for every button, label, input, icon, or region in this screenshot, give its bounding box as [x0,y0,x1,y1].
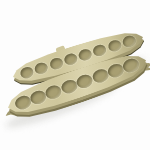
board-photo [0,0,150,150]
